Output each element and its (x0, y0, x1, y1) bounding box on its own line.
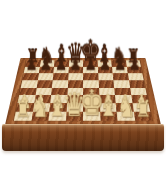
square-g2: ♟ (116, 103, 134, 112)
square-d7: ♟ (68, 67, 83, 74)
square-c5 (52, 80, 68, 87)
piece-black-rook-h8: ♜ (127, 47, 140, 66)
square-b1: ♞ (31, 112, 49, 121)
product-photo: ♜♞♝♛♚♝♞♜♟♟♟♟♟♟♟♟♟♟♟♟♟♟♟♟♜♞♝♛♚♝♞♜ (0, 0, 166, 182)
square-a4 (19, 88, 36, 96)
square-a2: ♟ (16, 103, 34, 112)
square-h4 (130, 88, 147, 96)
square-f5 (98, 80, 114, 87)
square-a1: ♜ (14, 112, 33, 121)
square-b3 (34, 95, 51, 103)
square-g1: ♞ (117, 112, 135, 121)
square-f4 (99, 88, 115, 96)
piece-black-knight-g8: ♞ (111, 44, 127, 66)
square-h3 (131, 95, 149, 103)
square-f2: ♟ (99, 103, 116, 112)
square-a3 (18, 95, 36, 103)
square-g7: ♟ (112, 67, 128, 74)
square-d5 (67, 80, 83, 87)
square-c1: ♝ (48, 112, 66, 121)
square-d3 (67, 95, 83, 103)
square-b6 (37, 73, 53, 80)
square-f6 (98, 73, 114, 80)
square-f7: ♟ (97, 67, 112, 74)
square-e5 (83, 80, 99, 87)
square-f1: ♝ (100, 112, 118, 121)
board-grid: ♜♞♝♛♚♝♞♜♟♟♟♟♟♟♟♟♟♟♟♟♟♟♟♟♜♞♝♛♚♝♞♜ (14, 60, 152, 120)
square-d1: ♛ (66, 112, 83, 121)
square-c2: ♟ (49, 103, 66, 112)
piece-black-bishop-c8: ♝ (53, 42, 70, 66)
square-g4 (114, 88, 131, 96)
square-b7: ♟ (39, 67, 55, 74)
square-c4 (51, 88, 67, 96)
square-e3 (83, 95, 99, 103)
square-e4 (83, 88, 99, 96)
square-a5 (21, 80, 38, 87)
square-d4 (67, 88, 83, 96)
square-g6 (113, 73, 129, 80)
square-f3 (99, 95, 116, 103)
square-c7: ♟ (53, 67, 68, 74)
piece-black-bishop-f8: ♝ (96, 42, 113, 66)
square-h6 (127, 73, 143, 80)
square-c3 (50, 95, 67, 103)
square-g3 (115, 95, 132, 103)
square-b2: ♟ (33, 103, 51, 112)
square-b4 (35, 88, 52, 96)
square-h1: ♜ (133, 112, 152, 121)
square-a7: ♟ (24, 67, 40, 74)
square-c6 (53, 73, 69, 80)
piece-black-rook-a8: ♜ (26, 47, 39, 66)
square-h5 (129, 80, 146, 87)
piece-black-knight-b8: ♞ (39, 44, 55, 66)
square-d6 (68, 73, 83, 80)
square-h7: ♟ (126, 67, 142, 74)
square-e7: ♟ (83, 67, 98, 74)
square-e1: ♚ (83, 112, 100, 121)
square-g5 (113, 80, 129, 87)
square-b5 (36, 80, 52, 87)
square-e2: ♟ (83, 103, 100, 112)
square-d2: ♟ (66, 103, 83, 112)
square-a6 (22, 73, 38, 80)
square-h2: ♟ (132, 103, 150, 112)
chess-set-scene: ♜♞♝♛♚♝♞♜♟♟♟♟♟♟♟♟♟♟♟♟♟♟♟♟♜♞♝♛♚♝♞♜ (2, 0, 164, 182)
square-e6 (83, 73, 98, 80)
board-wood-frame: ♜♞♝♛♚♝♞♜♟♟♟♟♟♟♟♟♟♟♟♟♟♟♟♟♜♞♝♛♚♝♞♜ (5, 58, 161, 125)
chess-board: ♜♞♝♛♚♝♞♜♟♟♟♟♟♟♟♟♟♟♟♟♟♟♟♟♜♞♝♛♚♝♞♜ (5, 58, 161, 125)
board-front-edge (2, 124, 164, 151)
